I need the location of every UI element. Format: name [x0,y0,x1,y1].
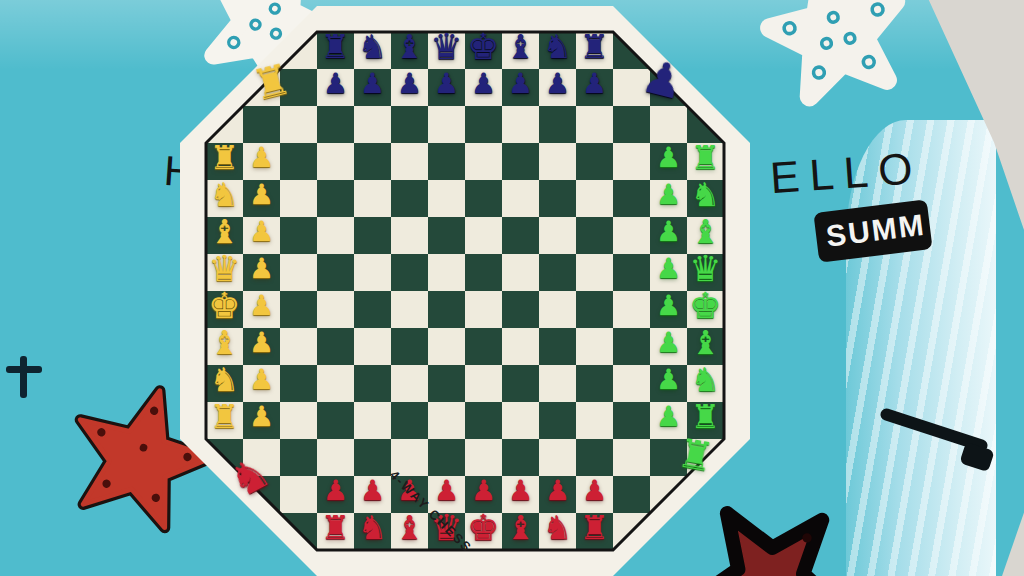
square-r3-c7[interactable] [465,143,502,180]
square-r13-c2[interactable] [280,513,317,550]
red-knight[interactable]: ♞ [539,506,576,549]
square-r2-c4[interactable] [354,106,391,143]
square-r6-c9[interactable] [539,254,576,291]
square-r10-c5[interactable] [391,402,428,439]
square-r5-c2[interactable] [280,217,317,254]
square-r10-c8[interactable] [502,402,539,439]
square-r7-c9[interactable] [539,291,576,328]
square-r3-c2[interactable] [280,143,317,180]
square-r3-c9[interactable] [539,143,576,180]
square-r10-c7[interactable] [465,402,502,439]
square-r8-c5[interactable] [391,328,428,365]
square-r2-c5[interactable] [391,106,428,143]
square-r7-c10[interactable] [576,291,613,328]
square-r8-c11[interactable] [613,328,650,365]
blue-pawn[interactable]: ♟ [502,62,539,105]
square-r9-c7[interactable] [465,365,502,402]
square-r10-c4[interactable] [354,402,391,439]
square-r11-c11[interactable] [613,439,650,476]
square-r7-c11[interactable] [613,291,650,328]
square-r2-c10[interactable] [576,106,613,143]
square-r9-c2[interactable] [280,365,317,402]
square-r10-c3[interactable] [317,402,354,439]
blue-pawn[interactable]: ♟ [539,62,576,105]
blue-pawn[interactable]: ♟ [465,62,502,105]
square-r3-c8[interactable] [502,143,539,180]
square-r12-c11[interactable] [613,476,650,513]
square-r10-c2[interactable] [280,402,317,439]
square-r5-c9[interactable] [539,217,576,254]
square-r6-c7[interactable] [465,254,502,291]
square-r5-c11[interactable] [613,217,650,254]
square-r3-c6[interactable] [428,143,465,180]
square-r13-c11[interactable] [613,513,650,550]
square-r9-c5[interactable] [391,365,428,402]
square-r12-c12[interactable] [650,476,687,513]
blue-pawn[interactable]: ♟ [317,62,354,105]
square-r8-c3[interactable] [317,328,354,365]
square-r4-c7[interactable] [465,180,502,217]
blue-pawn[interactable]: ♟ [576,62,613,105]
square-r10-c6[interactable] [428,402,465,439]
square-r6-c6[interactable] [428,254,465,291]
quilt-text-hello-right: ELLO [768,143,924,204]
square-r2-c8[interactable] [502,106,539,143]
photo-stage: H ELLO SUMM ♜♞♝♛♚♝♞♜♟♟♟♟♟♟♟♟♜♟♟♜♞♟♟♞♝♟♟♝… [0,0,1024,576]
square-r10-c10[interactable] [576,402,613,439]
square-r10-c11[interactable] [613,402,650,439]
square-r7-c7[interactable] [465,291,502,328]
red-knight[interactable]: ♞ [354,506,391,549]
square-r2-c3[interactable] [317,106,354,143]
square-r2-c6[interactable] [428,106,465,143]
square-r8-c4[interactable] [354,328,391,365]
square-r8-c10[interactable] [576,328,613,365]
square-r3-c3[interactable] [317,143,354,180]
blue-pawn[interactable]: ♟ [391,62,428,105]
square-r6-c5[interactable] [391,254,428,291]
spare-green-rook[interactable]: ♜ [675,429,719,478]
square-r3-c4[interactable] [354,143,391,180]
square-r6-c3[interactable] [317,254,354,291]
square-r9-c8[interactable] [502,365,539,402]
square-r8-c8[interactable] [502,328,539,365]
red-rook[interactable]: ♜ [317,506,354,549]
square-r3-c11[interactable] [613,143,650,180]
square-r10-c9[interactable] [539,402,576,439]
square-r4-c9[interactable] [539,180,576,217]
square-r4-c4[interactable] [354,180,391,217]
square-r5-c10[interactable] [576,217,613,254]
square-r6-c4[interactable] [354,254,391,291]
square-r5-c4[interactable] [354,217,391,254]
dark-tpin-object-vertical [20,356,27,398]
square-r7-c2[interactable] [280,291,317,328]
square-r8-c7[interactable] [465,328,502,365]
square-r7-c5[interactable] [391,291,428,328]
red-bishop[interactable]: ♝ [502,506,539,549]
square-r4-c8[interactable] [502,180,539,217]
square-r8-c2[interactable] [280,328,317,365]
square-r8-c9[interactable] [539,328,576,365]
square-r6-c10[interactable] [576,254,613,291]
yellow-rook[interactable]: ♜ [206,395,243,438]
square-r6-c8[interactable] [502,254,539,291]
square-r4-c11[interactable] [613,180,650,217]
square-r7-c4[interactable] [354,291,391,328]
square-r9-c3[interactable] [317,365,354,402]
square-r5-c6[interactable] [428,217,465,254]
square-r9-c4[interactable] [354,365,391,402]
square-r5-c7[interactable] [465,217,502,254]
square-r2-c7[interactable] [465,106,502,143]
square-r4-c2[interactable] [280,180,317,217]
square-r4-c3[interactable] [317,180,354,217]
square-r7-c3[interactable] [317,291,354,328]
square-r6-c2[interactable] [280,254,317,291]
square-r4-c5[interactable] [391,180,428,217]
blue-pawn[interactable]: ♟ [428,62,465,105]
red-rook[interactable]: ♜ [576,506,613,549]
blue-pawn[interactable]: ♟ [354,62,391,105]
square-r5-c8[interactable] [502,217,539,254]
square-r2-c2[interactable] [280,106,317,143]
square-r8-c6[interactable] [428,328,465,365]
square-r7-c6[interactable] [428,291,465,328]
square-r5-c3[interactable] [317,217,354,254]
square-r11-c2[interactable] [280,439,317,476]
square-r0-c11[interactable] [613,32,650,69]
square-r3-c10[interactable] [576,143,613,180]
square-r9-c9[interactable] [539,365,576,402]
square-r9-c11[interactable] [613,365,650,402]
square-r12-c2[interactable] [280,476,317,513]
square-r9-c6[interactable] [428,365,465,402]
square-r2-c9[interactable] [539,106,576,143]
square-r7-c8[interactable] [502,291,539,328]
yellow-pawn[interactable]: ♟ [243,395,280,438]
square-r9-c10[interactable] [576,365,613,402]
square-r4-c10[interactable] [576,180,613,217]
square-r4-c6[interactable] [428,180,465,217]
square-r3-c5[interactable] [391,143,428,180]
square-r5-c5[interactable] [391,217,428,254]
square-r6-c11[interactable] [613,254,650,291]
square-r2-c11[interactable] [613,106,650,143]
